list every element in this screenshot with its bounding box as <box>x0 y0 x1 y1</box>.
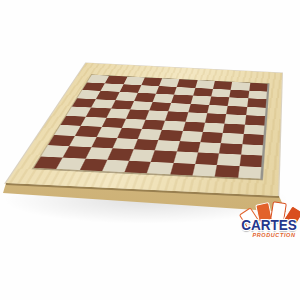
game-board <box>6 63 282 196</box>
brand-subtitle: PRODUCTION <box>239 232 299 238</box>
board-cell <box>170 163 195 176</box>
board-cell <box>238 166 261 179</box>
page-background: CARTES PRODUCTION <box>0 0 300 300</box>
brand-name: CARTES <box>239 218 299 234</box>
checkerboard <box>32 74 270 180</box>
board-cell <box>193 164 218 177</box>
brand-logo: CARTES PRODUCTION <box>239 201 299 245</box>
board-cell <box>215 165 239 178</box>
